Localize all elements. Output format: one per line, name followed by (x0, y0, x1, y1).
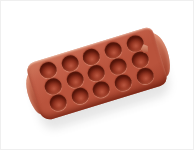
pit-r1-c3 (81, 47, 102, 67)
pit-r2-c4 (108, 56, 129, 76)
pit-r2-c5 (130, 50, 151, 70)
product-photo-canvas (0, 0, 194, 150)
pit-r2-c3 (86, 63, 107, 83)
pit-r2-c1 (43, 76, 64, 96)
